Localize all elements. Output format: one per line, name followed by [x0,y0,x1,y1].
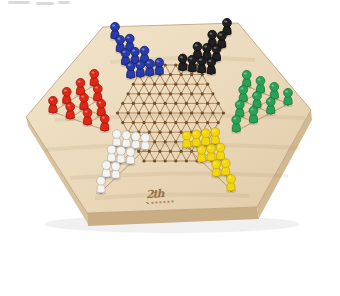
board-hole[interactable] [190,92,193,95]
peg-head [145,59,154,68]
peg-highlight [219,34,222,36]
board-hole[interactable] [201,111,204,114]
peg-highlight [50,99,53,101]
board-hole[interactable] [142,121,145,124]
peg-head [107,145,116,154]
chinese-checkers-board [0,0,340,296]
peg-head [203,43,212,52]
board-hole[interactable] [121,102,124,105]
peg-highlight [193,132,196,134]
board-hole[interactable] [148,111,151,114]
peg-highlight [258,79,261,81]
board-hole[interactable] [185,102,188,105]
peg-yellow[interactable] [226,174,236,193]
peg-highlight [127,36,130,38]
board-hole[interactable] [158,92,161,95]
board-hole[interactable] [164,83,167,86]
peg-highlight [142,48,145,50]
board-hole[interactable] [148,131,151,134]
peg-highlight [285,91,288,93]
peg-highlight [195,44,198,46]
peg-head [141,133,150,142]
board-hole[interactable] [217,121,220,124]
board-hole[interactable] [158,150,161,153]
board-hole[interactable] [164,140,167,143]
peg-red[interactable] [65,102,75,121]
peg-blue[interactable] [126,62,136,81]
board-hole[interactable] [169,73,172,76]
board-hole[interactable] [153,102,156,105]
peg-head [102,161,111,170]
board-hole[interactable] [127,111,130,114]
board-hole[interactable] [180,131,183,134]
peg-highlight [78,81,81,83]
board-hole[interactable] [164,121,167,124]
board-hole[interactable] [169,131,172,134]
peg-highlight [223,161,226,163]
board-hole[interactable] [158,131,161,134]
peg-highlight [244,73,247,75]
peg-head [112,130,121,139]
board-hole[interactable] [132,83,135,86]
peg-head [62,87,71,96]
peg-highlight [103,163,106,165]
peg-head [208,30,217,39]
peg-white[interactable] [126,148,136,167]
peg-head [211,128,220,137]
peg-head [223,18,232,27]
peg-head [239,85,248,94]
peg-highlight [133,134,136,136]
peg-highlight [114,132,117,134]
peg-highlight [199,148,202,150]
board-hole[interactable] [142,102,145,105]
peg-head [97,99,106,108]
peg-white[interactable] [96,176,106,195]
peg-head [126,62,135,71]
peg-highlight [184,133,187,135]
peg-highlight [123,133,126,135]
peg-head [111,162,120,171]
peg-head [125,34,134,43]
board-hole[interactable] [169,92,172,95]
board-hole[interactable] [217,102,220,105]
board-hole[interactable] [180,92,183,95]
board-hole[interactable] [195,102,198,105]
peg-highlight [98,102,101,104]
peg-head [116,36,125,45]
board-hole[interactable] [185,159,188,162]
peg-highlight [212,130,215,132]
peg-highlight [233,118,236,120]
board-hole[interactable] [132,121,135,124]
peg-head [136,61,145,70]
board-hole[interactable] [211,92,214,95]
peg-highlight [208,60,211,62]
peg-head [266,97,275,106]
peg-green[interactable] [231,115,241,134]
peg-highlight [112,25,115,27]
board-hole[interactable] [127,92,130,95]
board-hole[interactable] [206,83,209,86]
board-hole[interactable] [185,83,188,86]
peg-green[interactable] [283,88,293,107]
peg-head [126,148,135,157]
board-hole[interactable] [195,121,198,124]
board-hole[interactable] [164,159,167,162]
board-hole[interactable] [174,140,177,143]
peg-highlight [189,57,192,59]
peg-highlight [64,90,67,92]
peg-head [256,76,265,85]
board-hole[interactable] [137,92,140,95]
board-hole[interactable] [153,83,156,86]
peg-highlight [132,50,135,52]
board-hole[interactable] [153,121,156,124]
board-hole[interactable] [195,83,198,86]
peg-white[interactable] [140,133,150,152]
peg-head [232,115,241,124]
peg-highlight [240,88,243,90]
peg-head [131,47,140,56]
peg-head [249,106,258,115]
peg-head [117,146,126,155]
peg-head [80,93,89,102]
peg-highlight [98,179,101,181]
peg-highlight [203,131,206,133]
peg-white[interactable] [111,162,121,181]
peg-highlight [67,105,70,107]
peg-head [140,46,149,55]
peg-yellow[interactable] [197,146,207,165]
peg-highlight [85,111,88,113]
peg-highlight [214,47,217,49]
peg-highlight [137,63,140,65]
peg-head [201,129,210,138]
peg-head [212,45,221,54]
peg-highlight [218,145,221,147]
peg-black[interactable] [187,55,197,74]
board-hole[interactable] [142,159,145,162]
board-hole[interactable] [153,159,156,162]
peg-highlight [142,135,145,137]
peg-highlight [213,162,216,164]
board-hole[interactable] [201,92,204,95]
peg-highlight [208,147,211,149]
board-hole[interactable] [180,150,183,153]
board-hole[interactable] [206,121,209,124]
peg-black[interactable] [206,58,216,77]
board-hole[interactable] [164,63,167,66]
peg-black[interactable] [178,54,188,73]
peg-green[interactable] [249,106,259,125]
board-hole[interactable] [174,121,177,124]
board-hole[interactable] [180,111,183,114]
peg-green[interactable] [266,97,276,116]
peg-head [188,55,197,64]
peg-head [131,132,140,141]
peg-highlight [271,85,274,87]
board-hole[interactable] [190,111,193,114]
board-hole[interactable] [174,83,177,86]
peg-blue[interactable] [154,58,164,77]
peg-head [270,82,279,91]
peg-highlight [91,72,94,74]
peg-highlight [228,177,231,179]
peg-head [97,176,106,185]
peg-head [93,84,102,93]
peg-highlight [251,109,254,111]
peg-head [242,70,251,79]
peg-blue[interactable] [145,59,155,78]
peg-highlight [113,164,116,166]
product-photo-scene: 2th [0,0,340,296]
peg-head [122,131,131,140]
peg-highlight [102,117,105,119]
peg-head [182,131,191,140]
peg-head [217,31,226,40]
board-hole[interactable] [116,111,119,114]
peg-head [100,114,109,123]
board-hole[interactable] [121,121,124,124]
peg-head [83,108,92,117]
peg-head [197,57,206,66]
peg-highlight [117,38,120,40]
peg-head [197,146,206,155]
peg-highlight [268,100,271,102]
peg-head [207,144,216,153]
board-hole[interactable] [132,102,135,105]
board-hole[interactable] [169,150,172,153]
peg-highlight [128,64,131,66]
board-hole[interactable] [158,111,161,114]
peg-head [90,69,99,78]
peg-highlight [128,150,131,152]
peg-head [207,58,216,67]
board-hole[interactable] [174,159,177,162]
peg-red[interactable] [83,108,93,127]
peg-head [111,22,120,31]
peg-head [155,58,164,67]
peg-highlight [81,96,84,98]
peg-highlight [123,51,126,53]
peg-highlight [147,61,150,63]
peg-head [235,100,244,109]
peg-highlight [180,56,183,58]
board-hole[interactable] [211,111,214,114]
board-hole[interactable] [153,140,156,143]
peg-highlight [209,32,212,34]
peg-highlight [254,94,257,96]
peg-head [192,130,201,139]
peg-head [66,102,75,111]
board-hole[interactable] [206,102,209,105]
peg-head [193,42,202,51]
board-hole[interactable] [142,83,145,86]
board-hole[interactable] [169,111,172,114]
peg-highlight [156,60,159,62]
peg-highlight [224,21,227,23]
peg-yellow[interactable] [211,160,221,179]
peg-head [227,174,236,183]
peg-highlight [204,46,207,48]
peg-head [253,91,262,100]
peg-yellow[interactable] [182,131,192,150]
board-hole[interactable] [137,111,140,114]
peg-blue[interactable] [135,61,145,80]
peg-head [221,159,230,168]
board-hole[interactable] [185,121,188,124]
board-hole[interactable] [164,102,167,105]
peg-head [121,49,130,58]
peg-highlight [109,147,112,149]
peg-red[interactable] [100,114,110,133]
peg-head [216,143,225,152]
peg-highlight [237,103,240,105]
peg-head [178,54,187,63]
peg-highlight [118,149,121,151]
peg-head [49,96,58,105]
peg-black[interactable] [197,57,207,76]
board-hole[interactable] [222,111,225,114]
peg-head [284,88,293,97]
board-hole[interactable] [174,63,177,66]
board-hole[interactable] [180,73,183,76]
peg-head [76,78,85,87]
peg-head [212,160,221,169]
board-hole[interactable] [148,92,151,95]
peg-highlight [95,87,98,89]
peg-red[interactable] [48,96,58,115]
board-hole[interactable] [174,102,177,105]
peg-highlight [199,59,202,61]
